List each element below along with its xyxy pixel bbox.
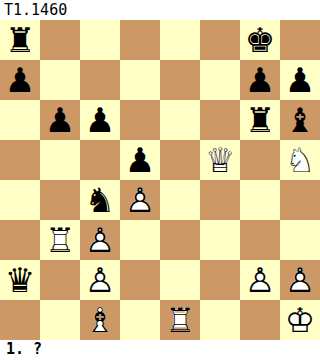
square-g2[interactable]: ♟♙ [240, 260, 280, 300]
white-bishop-piece[interactable]: ♗ [80, 300, 120, 340]
square-d1[interactable] [120, 300, 160, 340]
white-rook-piece[interactable]: ♖ [40, 220, 80, 260]
white-rook-piece[interactable]: ♖ [160, 300, 200, 340]
square-d6[interactable] [120, 100, 160, 140]
square-f4[interactable] [200, 180, 240, 220]
square-d2[interactable] [120, 260, 160, 300]
white-pawn-piece[interactable]: ♙ [80, 220, 120, 260]
black-pawn-piece[interactable]: ♟ [80, 100, 120, 140]
black-king-piece[interactable]: ♚ [240, 20, 280, 60]
black-pawn-piece[interactable]: ♟ [240, 60, 280, 100]
square-c5[interactable] [80, 140, 120, 180]
square-c2[interactable]: ♟♙ [80, 260, 120, 300]
white-queen-piece[interactable]: ♕ [200, 140, 240, 180]
square-b7[interactable] [40, 60, 80, 100]
black-rook-piece[interactable]: ♜ [240, 100, 280, 140]
square-f5[interactable]: ♛♕ [200, 140, 240, 180]
square-c6[interactable]: ♟ [80, 100, 120, 140]
square-b1[interactable] [40, 300, 80, 340]
square-a3[interactable] [0, 220, 40, 260]
square-f3[interactable] [200, 220, 240, 260]
square-f1[interactable] [200, 300, 240, 340]
square-g6[interactable]: ♜ [240, 100, 280, 140]
square-b2[interactable] [40, 260, 80, 300]
square-a4[interactable] [0, 180, 40, 220]
square-c3[interactable]: ♟♙ [80, 220, 120, 260]
white-pawn-piece[interactable]: ♙ [80, 260, 120, 300]
square-d5[interactable]: ♟ [120, 140, 160, 180]
square-g3[interactable] [240, 220, 280, 260]
square-d8[interactable] [120, 20, 160, 60]
square-a7[interactable]: ♟ [0, 60, 40, 100]
square-h2[interactable]: ♟♙ [280, 260, 320, 300]
square-e6[interactable] [160, 100, 200, 140]
square-e2[interactable] [160, 260, 200, 300]
move-prompt: 1. ? [6, 340, 42, 359]
black-knight-piece[interactable]: ♞ [80, 180, 120, 220]
white-knight-piece[interactable]: ♘ [280, 140, 320, 180]
white-pawn-piece[interactable]: ♙ [120, 180, 160, 220]
square-f8[interactable] [200, 20, 240, 60]
puzzle-title: T1.1460 [4, 1, 67, 19]
square-e4[interactable] [160, 180, 200, 220]
square-f7[interactable] [200, 60, 240, 100]
black-pawn-piece[interactable]: ♟ [0, 60, 40, 100]
square-e3[interactable] [160, 220, 200, 260]
square-f6[interactable] [200, 100, 240, 140]
chess-board: ♜♚♟♟♟♟♟♜♝♟♛♕♞♘♞♟♙♜♖♟♙♛♟♙♟♙♟♙♝♗♜♖♚♔ [0, 20, 320, 340]
black-pawn-piece[interactable]: ♟ [40, 100, 80, 140]
square-b4[interactable] [40, 180, 80, 220]
white-king-piece[interactable]: ♔ [280, 300, 320, 340]
square-h5[interactable]: ♞♘ [280, 140, 320, 180]
square-h6[interactable]: ♝ [280, 100, 320, 140]
square-h1[interactable]: ♚♔ [280, 300, 320, 340]
square-e1[interactable]: ♜♖ [160, 300, 200, 340]
square-b3[interactable]: ♜♖ [40, 220, 80, 260]
square-g1[interactable] [240, 300, 280, 340]
square-g5[interactable] [240, 140, 280, 180]
square-a5[interactable] [0, 140, 40, 180]
square-f2[interactable] [200, 260, 240, 300]
square-g4[interactable] [240, 180, 280, 220]
square-a1[interactable] [0, 300, 40, 340]
square-c8[interactable] [80, 20, 120, 60]
black-bishop-piece[interactable]: ♝ [280, 100, 320, 140]
square-b5[interactable] [40, 140, 80, 180]
square-c7[interactable] [80, 60, 120, 100]
square-a8[interactable]: ♜ [0, 20, 40, 60]
black-pawn-piece[interactable]: ♟ [280, 60, 320, 100]
black-queen-piece[interactable]: ♛ [0, 260, 40, 300]
square-h4[interactable] [280, 180, 320, 220]
square-d4[interactable]: ♟♙ [120, 180, 160, 220]
square-h7[interactable]: ♟ [280, 60, 320, 100]
square-c4[interactable]: ♞ [80, 180, 120, 220]
square-a6[interactable] [0, 100, 40, 140]
square-g8[interactable]: ♚ [240, 20, 280, 60]
square-d3[interactable] [120, 220, 160, 260]
white-pawn-piece[interactable]: ♙ [280, 260, 320, 300]
square-e5[interactable] [160, 140, 200, 180]
square-b6[interactable]: ♟ [40, 100, 80, 140]
square-h8[interactable] [280, 20, 320, 60]
black-rook-piece[interactable]: ♜ [0, 20, 40, 60]
square-b8[interactable] [40, 20, 80, 60]
square-c1[interactable]: ♝♗ [80, 300, 120, 340]
square-d7[interactable] [120, 60, 160, 100]
square-a2[interactable]: ♛ [0, 260, 40, 300]
white-pawn-piece[interactable]: ♙ [240, 260, 280, 300]
square-e8[interactable] [160, 20, 200, 60]
black-pawn-piece[interactable]: ♟ [120, 140, 160, 180]
square-e7[interactable] [160, 60, 200, 100]
square-g7[interactable]: ♟ [240, 60, 280, 100]
square-h3[interactable] [280, 220, 320, 260]
